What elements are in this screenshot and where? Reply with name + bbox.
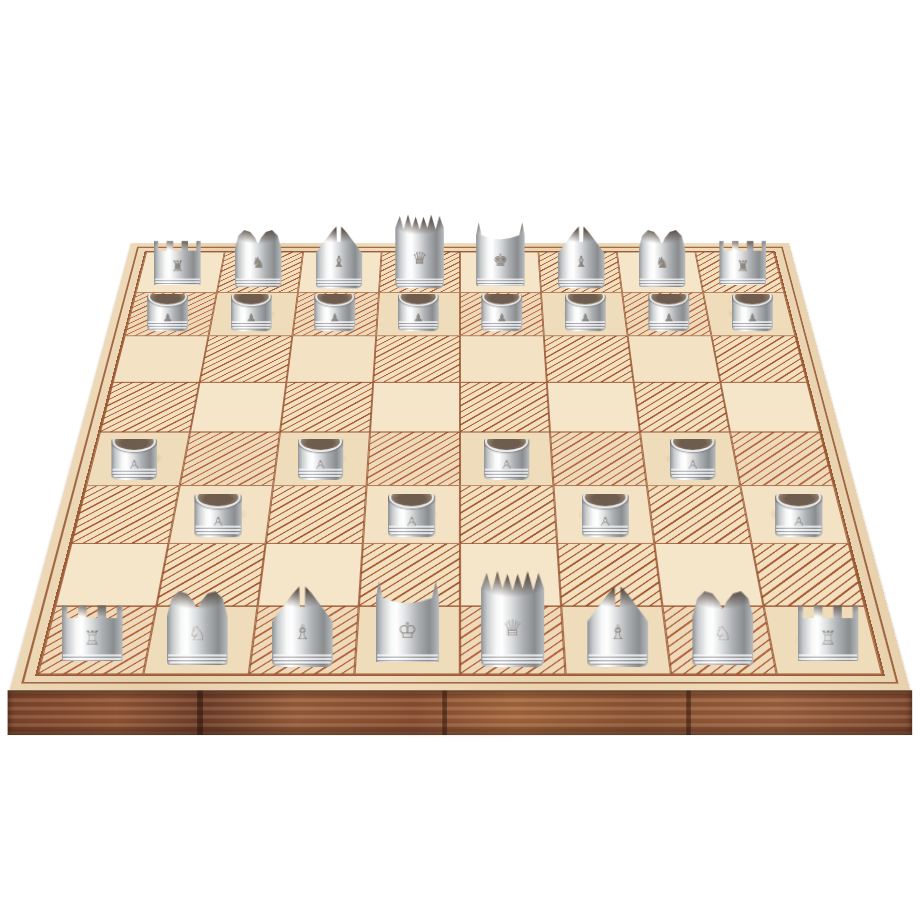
product-photo-stage: ♜♞♝♛♚♝♞♜♟♟♟♟♟♟♟♟♙♙♙♙♙♙♙♙♖♘♗♔♕♗♘♖ — [0, 0, 920, 920]
black-pawn[interactable]: ♟ — [565, 294, 606, 331]
square-f6[interactable] — [544, 336, 634, 382]
square-h3[interactable]: ♙ — [740, 486, 848, 544]
black-rook[interactable]: ♜ — [719, 235, 766, 289]
square-h2[interactable] — [751, 543, 864, 606]
square-e5[interactable] — [460, 382, 550, 432]
square-d5[interactable] — [370, 382, 460, 432]
board-grid: ♜♞♝♛♚♝♞♜♟♟♟♟♟♟♟♟♙♙♙♙♙♙♙♙♖♘♗♔♕♗♘♖ — [38, 252, 883, 674]
square-h1[interactable]: ♖ — [764, 606, 883, 674]
black-rook-glyph: ♜ — [736, 258, 750, 273]
square-h6[interactable] — [711, 336, 807, 382]
square-a6[interactable] — [113, 336, 209, 382]
square-a3[interactable] — [71, 486, 179, 544]
square-b1[interactable]: ♘ — [143, 606, 257, 674]
white-rook[interactable]: ♖ — [62, 597, 123, 667]
white-queen-glyph: ♕ — [503, 617, 523, 639]
square-c7[interactable]: ♟ — [292, 293, 379, 336]
white-pawn-glyph: ♙ — [314, 458, 326, 471]
white-rook-glyph: ♖ — [819, 628, 837, 648]
square-h7[interactable]: ♟ — [703, 293, 795, 336]
black-pawn-glyph: ♟ — [663, 311, 674, 323]
white-pawn[interactable]: ♙ — [388, 494, 435, 537]
square-a8[interactable]: ♜ — [136, 252, 225, 293]
board-front-edge — [8, 690, 913, 735]
square-b3[interactable]: ♙ — [169, 486, 274, 544]
white-pawn-glyph: ♙ — [405, 514, 418, 528]
square-d7[interactable]: ♟ — [376, 293, 460, 336]
white-pawn[interactable]: ♙ — [298, 439, 344, 480]
square-b5[interactable] — [190, 382, 286, 432]
black-pawn-glyph: ♟ — [329, 311, 340, 323]
square-g3[interactable] — [647, 486, 752, 544]
square-g7[interactable]: ♟ — [622, 293, 711, 336]
square-g5[interactable] — [634, 382, 730, 432]
square-e7[interactable]: ♟ — [460, 293, 544, 336]
black-pawn[interactable]: ♟ — [147, 294, 188, 331]
square-d6[interactable] — [373, 336, 460, 382]
square-d4[interactable] — [367, 432, 460, 486]
square-c6[interactable] — [286, 336, 376, 382]
square-f4[interactable] — [550, 432, 647, 486]
white-king[interactable]: ♔ — [376, 574, 439, 667]
square-d1[interactable]: ♔ — [354, 606, 460, 674]
white-bishop-glyph: ♗ — [609, 622, 627, 642]
square-e6[interactable] — [460, 336, 547, 382]
black-pawn-glyph: ♟ — [413, 311, 424, 323]
black-pawn[interactable]: ♟ — [398, 294, 439, 331]
white-pawn[interactable]: ♙ — [111, 439, 157, 480]
black-pawn-glyph: ♟ — [580, 311, 591, 323]
black-knight[interactable]: ♞ — [639, 226, 686, 289]
square-c1[interactable]: ♗ — [249, 606, 359, 674]
white-pawn-glyph: ♙ — [128, 458, 140, 471]
white-king-glyph: ♔ — [397, 619, 417, 641]
white-rook-glyph: ♖ — [83, 628, 101, 648]
black-knight-glyph: ♞ — [655, 254, 669, 269]
square-e1[interactable]: ♕ — [460, 606, 566, 674]
square-b8[interactable]: ♞ — [217, 252, 303, 293]
white-pawn[interactable]: ♙ — [670, 439, 716, 480]
square-g1[interactable]: ♘ — [662, 606, 776, 674]
white-pawn[interactable]: ♙ — [582, 494, 629, 537]
square-f7[interactable]: ♟ — [541, 293, 628, 336]
black-king[interactable]: ♚ — [476, 217, 524, 289]
black-bishop-glyph: ♝ — [332, 254, 346, 269]
white-queen[interactable]: ♕ — [481, 569, 544, 667]
black-pawn[interactable]: ♟ — [314, 294, 355, 331]
square-a7[interactable]: ♟ — [125, 293, 217, 336]
white-pawn[interactable]: ♙ — [775, 494, 822, 537]
square-h5[interactable] — [720, 382, 820, 432]
black-rook-glyph: ♜ — [170, 258, 184, 273]
square-b4[interactable] — [180, 432, 280, 486]
square-a2[interactable] — [55, 543, 168, 606]
white-pawn-glyph: ♙ — [599, 514, 612, 528]
black-king-glyph: ♚ — [493, 251, 508, 268]
square-a1[interactable]: ♖ — [38, 606, 157, 674]
square-h4[interactable] — [730, 432, 834, 486]
square-f3[interactable]: ♙ — [553, 486, 654, 544]
black-queen-glyph: ♛ — [412, 250, 427, 267]
black-queen[interactable]: ♛ — [395, 213, 443, 288]
white-pawn-glyph: ♙ — [501, 458, 513, 471]
square-c4[interactable]: ♙ — [273, 432, 370, 486]
square-c3[interactable] — [266, 486, 367, 544]
white-pawn-glyph: ♙ — [792, 514, 805, 528]
white-knight-glyph: ♘ — [714, 623, 732, 643]
square-e4[interactable]: ♙ — [460, 432, 553, 486]
white-pawn[interactable]: ♙ — [484, 439, 530, 480]
square-f1[interactable]: ♗ — [561, 606, 671, 674]
black-pawn[interactable]: ♟ — [732, 294, 773, 331]
black-rook[interactable]: ♜ — [154, 235, 201, 289]
black-pawn[interactable]: ♟ — [481, 294, 522, 331]
white-rook[interactable]: ♖ — [798, 597, 859, 667]
board-top-face: ♜♞♝♛♚♝♞♜♟♟♟♟♟♟♟♟♙♙♙♙♙♙♙♙♖♘♗♔♕♗♘♖ — [10, 243, 910, 690]
white-pawn-glyph: ♙ — [212, 514, 225, 528]
square-g4[interactable]: ♙ — [640, 432, 740, 486]
square-g8[interactable]: ♞ — [617, 252, 703, 293]
chess-board: ♜♞♝♛♚♝♞♜♟♟♟♟♟♟♟♟♙♙♙♙♙♙♙♙♖♘♗♔♕♗♘♖ — [10, 243, 910, 690]
black-knight-glyph: ♞ — [251, 254, 265, 269]
square-h8[interactable]: ♜ — [695, 252, 784, 293]
square-b7[interactable]: ♟ — [209, 293, 298, 336]
square-b6[interactable] — [200, 336, 293, 382]
black-pawn-glyph: ♟ — [747, 311, 758, 323]
white-bishop-glyph: ♗ — [293, 622, 311, 642]
white-knight-glyph: ♘ — [188, 623, 206, 643]
square-c5[interactable] — [280, 382, 373, 432]
black-knight[interactable]: ♞ — [235, 226, 282, 289]
black-pawn[interactable]: ♟ — [648, 294, 689, 331]
black-pawn-glyph: ♟ — [162, 311, 173, 323]
black-pawn-glyph: ♟ — [496, 311, 507, 323]
square-g6[interactable] — [628, 336, 721, 382]
black-bishop[interactable]: ♝ — [316, 224, 363, 289]
square-d3[interactable]: ♙ — [363, 486, 460, 544]
square-a5[interactable] — [100, 382, 200, 432]
square-f5[interactable] — [547, 382, 640, 432]
black-pawn-glyph: ♟ — [246, 311, 257, 323]
white-pawn[interactable]: ♙ — [194, 494, 241, 537]
square-a4[interactable]: ♙ — [86, 432, 190, 486]
black-bishop[interactable]: ♝ — [558, 224, 605, 289]
square-e3[interactable] — [460, 486, 557, 544]
black-bishop-glyph: ♝ — [574, 254, 588, 269]
white-pawn-glyph: ♙ — [687, 458, 699, 471]
square-d2[interactable] — [359, 543, 460, 606]
black-pawn[interactable]: ♟ — [231, 294, 272, 331]
